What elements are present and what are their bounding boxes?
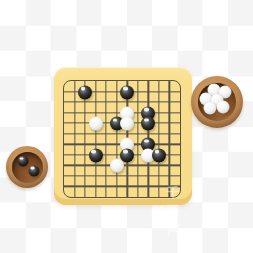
go-grid: ●●○●○●○●○●●●○●○	[63, 80, 181, 198]
transparency-checkerboard-background: ●●○●○●○●○●●●○●○ K 千图网 ○○○○○○ ●●	[0, 0, 253, 253]
grid-line-horizontal	[64, 133, 180, 134]
grid-line-horizontal	[64, 186, 180, 187]
black-stone: ●	[78, 85, 92, 99]
go-board: ●●○●○●○●○●●●○●○ K 千图网	[54, 67, 192, 205]
watermark-logo: K	[151, 203, 162, 219]
white-stone: ○	[217, 101, 230, 114]
grid-line-vertical	[106, 81, 107, 197]
white-stone: ○	[89, 117, 103, 131]
black-stone: ●	[17, 156, 28, 167]
black-stone: ●	[141, 117, 155, 131]
grid-line-vertical	[169, 81, 170, 197]
grid-line-vertical	[137, 81, 138, 197]
black-stone-bowl: ●●	[6, 146, 48, 188]
black-stone: ●	[120, 148, 134, 162]
grid-line-horizontal	[64, 175, 180, 176]
black-stone: ●	[28, 165, 39, 176]
grid-line-vertical	[74, 81, 75, 197]
grid-line-horizontal	[64, 101, 180, 102]
black-stone: ●	[89, 148, 103, 162]
grid-line-vertical	[95, 81, 96, 197]
white-stone: ○	[203, 102, 216, 115]
grid-line-vertical	[116, 81, 117, 197]
white-stone: ○	[120, 117, 134, 131]
grid-line-vertical	[158, 81, 159, 197]
black-stone: ●	[152, 148, 166, 162]
white-stone-bowl: ○○○○○○	[191, 76, 243, 128]
white-stone: ○	[110, 159, 124, 173]
black-stone: ●	[120, 85, 134, 99]
